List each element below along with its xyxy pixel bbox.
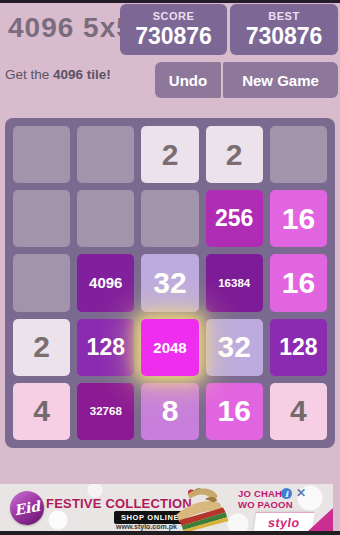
tile-4096: 4096 (77, 254, 134, 311)
ad-eid-badge: Eid (7, 488, 46, 527)
ad-tagline-line2: WO PAOON (238, 499, 298, 510)
best-label: BEST (268, 10, 299, 23)
tile-32: 32 (206, 319, 263, 376)
empty-cell (141, 190, 198, 247)
goal-prefix: Get the (5, 67, 53, 82)
empty-cell (77, 126, 134, 183)
goal-target: 4096 tile! (53, 67, 111, 82)
ad-banner[interactable]: Eid FESTIVE COLLECTION SHOP ONLINE www.s… (0, 484, 333, 531)
tile-2: 2 (141, 126, 198, 183)
score-box: SCORE 730876 (120, 4, 227, 55)
tile-8: 8 (141, 383, 198, 440)
tile-32768: 32768 (77, 383, 134, 440)
tile-32: 32 (141, 254, 198, 311)
tile-2: 2 (13, 319, 70, 376)
button-row: Undo New Game (155, 62, 338, 98)
new-game-button[interactable]: New Game (223, 62, 338, 98)
goal-text: Get the 4096 tile! (5, 67, 111, 82)
undo-button[interactable]: Undo (155, 62, 221, 98)
tile-4: 4 (13, 383, 70, 440)
tile-16: 16 (206, 383, 263, 440)
tile-16: 16 (270, 254, 327, 311)
empty-cell (77, 190, 134, 247)
sandal-image (162, 484, 238, 531)
page-title: 4096 5x5 (8, 12, 133, 44)
tile-128: 128 (270, 319, 327, 376)
tile-256: 256 (206, 190, 263, 247)
score-label: SCORE (153, 10, 195, 23)
empty-cell (270, 126, 327, 183)
tile-16: 16 (270, 190, 327, 247)
status-bar (0, 0, 340, 3)
best-value: 730876 (246, 23, 323, 49)
tile-2048: 2048 (141, 319, 198, 376)
tile-4: 4 (270, 383, 327, 440)
best-box: BEST 730876 (230, 4, 338, 55)
ad-close-icon[interactable]: ✕ (296, 486, 306, 500)
adchoices-info-icon[interactable]: i (281, 488, 292, 499)
score-value: 730876 (135, 23, 212, 49)
tile-128: 128 (77, 319, 134, 376)
tile-2: 2 (206, 126, 263, 183)
board-grid[interactable]: 2225616409632163841621282048321284327688… (5, 118, 335, 448)
empty-cell (13, 254, 70, 311)
empty-cell (13, 126, 70, 183)
tile-16384: 16384 (206, 254, 263, 311)
bottom-bar (0, 531, 340, 535)
empty-cell (13, 190, 70, 247)
ad-brand-logo: stylo (254, 512, 315, 531)
